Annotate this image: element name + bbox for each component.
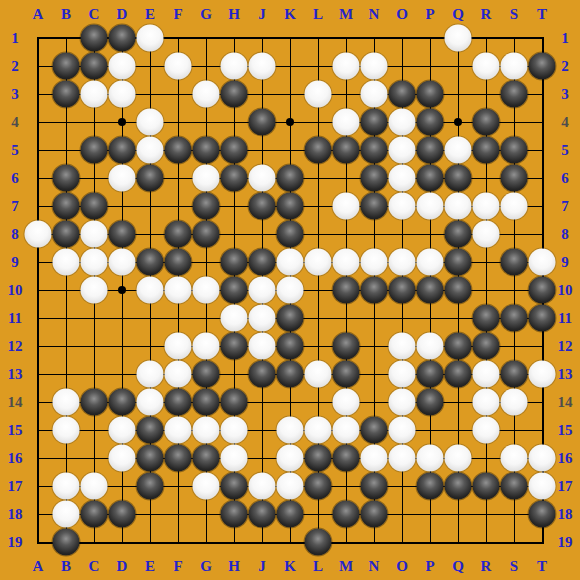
stone-white-N2[interactable] [361, 53, 388, 80]
stone-white-K10[interactable] [277, 277, 304, 304]
stone-black-N4[interactable] [361, 109, 388, 136]
stone-black-J9[interactable] [249, 249, 276, 276]
stone-black-Q10[interactable] [445, 277, 472, 304]
stone-white-P12[interactable] [417, 333, 444, 360]
row-label-left-11: 11 [8, 311, 22, 326]
stone-white-D6[interactable] [109, 165, 136, 192]
stone-black-J7[interactable] [249, 193, 276, 220]
stone-black-O10[interactable] [389, 277, 416, 304]
stone-black-M5[interactable] [333, 137, 360, 164]
row-label-left-7: 7 [11, 199, 19, 214]
stone-black-H12[interactable] [221, 333, 248, 360]
stone-black-T2[interactable] [529, 53, 556, 80]
stone-white-K9[interactable] [277, 249, 304, 276]
stone-white-D16[interactable] [109, 445, 136, 472]
stone-black-G13[interactable] [193, 361, 220, 388]
stone-white-F12[interactable] [165, 333, 192, 360]
stone-black-K11[interactable] [277, 305, 304, 332]
stone-white-H15[interactable] [221, 417, 248, 444]
stone-black-G14[interactable] [193, 389, 220, 416]
stone-black-H9[interactable] [221, 249, 248, 276]
stone-black-P14[interactable] [417, 389, 444, 416]
stone-black-C7[interactable] [81, 193, 108, 220]
stone-white-O13[interactable] [389, 361, 416, 388]
col-label-top-A: A [33, 7, 44, 22]
stone-white-O15[interactable] [389, 417, 416, 444]
stone-black-Q12[interactable] [445, 333, 472, 360]
stone-white-B15[interactable] [53, 417, 80, 444]
stone-white-P7[interactable] [417, 193, 444, 220]
stone-black-H3[interactable] [221, 81, 248, 108]
stone-white-O6[interactable] [389, 165, 416, 192]
stone-white-O5[interactable] [389, 137, 416, 164]
row-label-right-2: 2 [561, 59, 569, 74]
stone-white-D9[interactable] [109, 249, 136, 276]
row-label-left-9: 9 [11, 255, 19, 270]
stone-black-N17[interactable] [361, 473, 388, 500]
stone-black-P3[interactable] [417, 81, 444, 108]
stone-black-F16[interactable] [165, 445, 192, 472]
stone-white-N16[interactable] [361, 445, 388, 472]
stone-white-L3[interactable] [305, 81, 332, 108]
stone-white-C3[interactable] [81, 81, 108, 108]
col-label-top-C: C [89, 7, 100, 22]
row-label-right-4: 4 [561, 115, 569, 130]
row-label-left-18: 18 [8, 507, 23, 522]
stone-white-Q5[interactable] [445, 137, 472, 164]
stone-black-C1[interactable] [81, 25, 108, 52]
row-label-left-16: 16 [8, 451, 23, 466]
stone-white-B9[interactable] [53, 249, 80, 276]
stone-white-O4[interactable] [389, 109, 416, 136]
stone-white-G17[interactable] [193, 473, 220, 500]
stone-white-R13[interactable] [473, 361, 500, 388]
stone-black-B2[interactable] [53, 53, 80, 80]
col-label-top-E: E [145, 7, 155, 22]
stone-white-T17[interactable] [529, 473, 556, 500]
stone-black-F5[interactable] [165, 137, 192, 164]
stone-white-K17[interactable] [277, 473, 304, 500]
row-label-right-9: 9 [561, 255, 569, 270]
stone-black-J13[interactable] [249, 361, 276, 388]
stone-black-T18[interactable] [529, 501, 556, 528]
stone-black-N18[interactable] [361, 501, 388, 528]
stone-white-M15[interactable] [333, 417, 360, 444]
stone-black-K7[interactable] [277, 193, 304, 220]
col-label-top-H: H [228, 7, 240, 22]
stone-black-B3[interactable] [53, 81, 80, 108]
row-label-left-1: 1 [11, 31, 19, 46]
stone-white-D2[interactable] [109, 53, 136, 80]
col-label-bottom-T: T [537, 559, 547, 574]
stone-white-S7[interactable] [501, 193, 528, 220]
stone-black-K18[interactable] [277, 501, 304, 528]
stone-white-M4[interactable] [333, 109, 360, 136]
stone-black-G16[interactable] [193, 445, 220, 472]
stone-white-E1[interactable] [137, 25, 164, 52]
stone-white-P16[interactable] [417, 445, 444, 472]
go-board[interactable]: AABBCCDDEEFFGGHHJJKKLLMMNNOOPPQQRRSSTT11… [0, 0, 580, 580]
row-label-left-19: 19 [8, 535, 23, 550]
stone-white-T13[interactable] [529, 361, 556, 388]
stone-black-E15[interactable] [137, 417, 164, 444]
stone-black-Q8[interactable] [445, 221, 472, 248]
stone-black-K13[interactable] [277, 361, 304, 388]
row-label-left-2: 2 [11, 59, 19, 74]
stone-white-L13[interactable] [305, 361, 332, 388]
stone-black-D14[interactable] [109, 389, 136, 416]
stone-black-S5[interactable] [501, 137, 528, 164]
col-label-top-S: S [510, 7, 518, 22]
stone-white-G10[interactable] [193, 277, 220, 304]
stone-black-F9[interactable] [165, 249, 192, 276]
stone-white-D15[interactable] [109, 417, 136, 444]
stone-white-O9[interactable] [389, 249, 416, 276]
col-label-bottom-P: P [425, 559, 434, 574]
stone-black-F8[interactable] [165, 221, 192, 248]
stone-black-M12[interactable] [333, 333, 360, 360]
stone-black-H14[interactable] [221, 389, 248, 416]
stone-black-D8[interactable] [109, 221, 136, 248]
col-label-bottom-D: D [117, 559, 128, 574]
stone-white-B18[interactable] [53, 501, 80, 528]
stone-white-N3[interactable] [361, 81, 388, 108]
row-label-right-12: 12 [558, 339, 573, 354]
col-label-top-P: P [425, 7, 434, 22]
stone-black-F14[interactable] [165, 389, 192, 416]
col-label-bottom-K: K [284, 559, 296, 574]
stone-black-Q17[interactable] [445, 473, 472, 500]
col-label-top-Q: Q [452, 7, 464, 22]
stone-black-P5[interactable] [417, 137, 444, 164]
stone-black-M13[interactable] [333, 361, 360, 388]
stone-black-R12[interactable] [473, 333, 500, 360]
stone-black-S11[interactable] [501, 305, 528, 332]
row-label-right-3: 3 [561, 87, 569, 102]
stone-white-E13[interactable] [137, 361, 164, 388]
col-label-bottom-A: A [33, 559, 44, 574]
stone-white-L9[interactable] [305, 249, 332, 276]
stone-black-R11[interactable] [473, 305, 500, 332]
row-label-left-12: 12 [8, 339, 23, 354]
stone-white-J6[interactable] [249, 165, 276, 192]
stone-white-J12[interactable] [249, 333, 276, 360]
stone-black-C5[interactable] [81, 137, 108, 164]
stone-white-E4[interactable] [137, 109, 164, 136]
stone-black-B19[interactable] [53, 529, 80, 556]
col-label-bottom-B: B [61, 559, 71, 574]
stone-white-G3[interactable] [193, 81, 220, 108]
stone-white-C8[interactable] [81, 221, 108, 248]
stone-white-D3[interactable] [109, 81, 136, 108]
stone-black-S17[interactable] [501, 473, 528, 500]
stone-white-E14[interactable] [137, 389, 164, 416]
stone-white-F10[interactable] [165, 277, 192, 304]
stone-white-Q16[interactable] [445, 445, 472, 472]
stone-white-Q7[interactable] [445, 193, 472, 220]
col-label-top-T: T [537, 7, 547, 22]
stone-black-L19[interactable] [305, 529, 332, 556]
stone-white-J11[interactable] [249, 305, 276, 332]
stone-white-H2[interactable] [221, 53, 248, 80]
col-label-bottom-Q: Q [452, 559, 464, 574]
stone-white-Q1[interactable] [445, 25, 472, 52]
stone-white-S14[interactable] [501, 389, 528, 416]
stone-white-R14[interactable] [473, 389, 500, 416]
stone-black-E17[interactable] [137, 473, 164, 500]
stone-black-J18[interactable] [249, 501, 276, 528]
stone-white-M7[interactable] [333, 193, 360, 220]
row-label-right-10: 10 [558, 283, 573, 298]
stone-white-F13[interactable] [165, 361, 192, 388]
col-label-top-O: O [396, 7, 408, 22]
stone-black-G8[interactable] [193, 221, 220, 248]
stone-white-F2[interactable] [165, 53, 192, 80]
stone-black-E6[interactable] [137, 165, 164, 192]
stone-white-R8[interactable] [473, 221, 500, 248]
row-label-left-13: 13 [8, 367, 23, 382]
col-label-top-L: L [313, 7, 323, 22]
stone-black-M16[interactable] [333, 445, 360, 472]
stone-white-G12[interactable] [193, 333, 220, 360]
col-label-top-F: F [173, 7, 182, 22]
stone-white-T16[interactable] [529, 445, 556, 472]
stone-white-G6[interactable] [193, 165, 220, 192]
stone-black-P17[interactable] [417, 473, 444, 500]
stone-black-K6[interactable] [277, 165, 304, 192]
stone-black-G5[interactable] [193, 137, 220, 164]
row-label-left-8: 8 [11, 227, 19, 242]
col-label-top-M: M [339, 7, 353, 22]
stone-black-B8[interactable] [53, 221, 80, 248]
row-label-right-13: 13 [558, 367, 573, 382]
stone-white-M9[interactable] [333, 249, 360, 276]
stone-white-O16[interactable] [389, 445, 416, 472]
stone-white-B14[interactable] [53, 389, 80, 416]
stone-black-O3[interactable] [389, 81, 416, 108]
row-label-right-7: 7 [561, 199, 569, 214]
col-label-bottom-S: S [510, 559, 518, 574]
stone-black-Q9[interactable] [445, 249, 472, 276]
stone-white-O14[interactable] [389, 389, 416, 416]
stone-black-C14[interactable] [81, 389, 108, 416]
stone-black-H10[interactable] [221, 277, 248, 304]
stone-white-J10[interactable] [249, 277, 276, 304]
stone-black-J4[interactable] [249, 109, 276, 136]
stone-black-L17[interactable] [305, 473, 332, 500]
row-label-right-14: 14 [558, 395, 573, 410]
col-label-bottom-F: F [173, 559, 182, 574]
col-label-top-N: N [369, 7, 380, 22]
stone-white-C10[interactable] [81, 277, 108, 304]
col-label-top-R: R [481, 7, 492, 22]
row-label-right-1: 1 [561, 31, 569, 46]
stone-black-P10[interactable] [417, 277, 444, 304]
star-point-D10 [118, 286, 126, 294]
col-label-bottom-N: N [369, 559, 380, 574]
stone-black-K8[interactable] [277, 221, 304, 248]
row-label-left-4: 4 [11, 115, 19, 130]
row-label-left-3: 3 [11, 87, 19, 102]
stone-white-F15[interactable] [165, 417, 192, 444]
stone-black-P4[interactable] [417, 109, 444, 136]
col-label-bottom-R: R [481, 559, 492, 574]
stone-black-T11[interactable] [529, 305, 556, 332]
stone-white-R7[interactable] [473, 193, 500, 220]
stone-black-R17[interactable] [473, 473, 500, 500]
stone-white-B17[interactable] [53, 473, 80, 500]
stone-white-O12[interactable] [389, 333, 416, 360]
stone-black-B7[interactable] [53, 193, 80, 220]
row-label-left-15: 15 [8, 423, 23, 438]
stone-black-Q6[interactable] [445, 165, 472, 192]
row-label-left-5: 5 [11, 143, 19, 158]
stone-black-M18[interactable] [333, 501, 360, 528]
stone-white-M2[interactable] [333, 53, 360, 80]
star-point-D4 [118, 118, 126, 126]
stone-white-A8[interactable] [25, 221, 52, 248]
stone-white-C17[interactable] [81, 473, 108, 500]
stone-black-B6[interactable] [53, 165, 80, 192]
col-label-bottom-M: M [339, 559, 353, 574]
row-label-left-10: 10 [8, 283, 23, 298]
stone-black-E9[interactable] [137, 249, 164, 276]
row-label-right-8: 8 [561, 227, 569, 242]
stone-black-M10[interactable] [333, 277, 360, 304]
row-label-right-15: 15 [558, 423, 573, 438]
stone-black-C18[interactable] [81, 501, 108, 528]
stone-black-Q13[interactable] [445, 361, 472, 388]
stone-white-R15[interactable] [473, 417, 500, 444]
row-label-left-14: 14 [8, 395, 23, 410]
stone-white-S2[interactable] [501, 53, 528, 80]
row-label-right-5: 5 [561, 143, 569, 158]
stone-black-N15[interactable] [361, 417, 388, 444]
row-label-right-18: 18 [558, 507, 573, 522]
stone-black-C2[interactable] [81, 53, 108, 80]
col-label-bottom-J: J [258, 559, 266, 574]
col-label-top-D: D [117, 7, 128, 22]
col-label-bottom-G: G [200, 559, 212, 574]
stone-white-G15[interactable] [193, 417, 220, 444]
stone-white-H16[interactable] [221, 445, 248, 472]
stone-white-R2[interactable] [473, 53, 500, 80]
stone-black-D1[interactable] [109, 25, 136, 52]
stone-white-E5[interactable] [137, 137, 164, 164]
stone-white-N9[interactable] [361, 249, 388, 276]
stone-black-N5[interactable] [361, 137, 388, 164]
stone-white-J2[interactable] [249, 53, 276, 80]
stone-white-E10[interactable] [137, 277, 164, 304]
stone-black-S9[interactable] [501, 249, 528, 276]
col-label-bottom-L: L [313, 559, 323, 574]
col-label-top-B: B [61, 7, 71, 22]
row-label-right-11: 11 [558, 311, 572, 326]
stone-black-L16[interactable] [305, 445, 332, 472]
stone-black-R4[interactable] [473, 109, 500, 136]
stone-black-L5[interactable] [305, 137, 332, 164]
stone-black-S3[interactable] [501, 81, 528, 108]
stone-black-H18[interactable] [221, 501, 248, 528]
stone-white-C9[interactable] [81, 249, 108, 276]
stone-black-K12[interactable] [277, 333, 304, 360]
stone-black-H17[interactable] [221, 473, 248, 500]
col-label-bottom-H: H [228, 559, 240, 574]
stone-black-N6[interactable] [361, 165, 388, 192]
stone-white-K15[interactable] [277, 417, 304, 444]
col-label-top-G: G [200, 7, 212, 22]
stone-white-P9[interactable] [417, 249, 444, 276]
stone-black-N7[interactable] [361, 193, 388, 220]
stone-white-J17[interactable] [249, 473, 276, 500]
stone-white-M14[interactable] [333, 389, 360, 416]
star-point-K4 [286, 118, 294, 126]
row-label-left-6: 6 [11, 171, 19, 186]
stone-white-K16[interactable] [277, 445, 304, 472]
stone-black-D18[interactable] [109, 501, 136, 528]
stone-white-O7[interactable] [389, 193, 416, 220]
star-point-Q4 [454, 118, 462, 126]
stone-black-P13[interactable] [417, 361, 444, 388]
stone-black-P6[interactable] [417, 165, 444, 192]
col-label-top-K: K [284, 7, 296, 22]
stone-white-L15[interactable] [305, 417, 332, 444]
stone-white-T9[interactable] [529, 249, 556, 276]
stone-black-D5[interactable] [109, 137, 136, 164]
stone-black-E16[interactable] [137, 445, 164, 472]
row-label-right-16: 16 [558, 451, 573, 466]
stone-white-H11[interactable] [221, 305, 248, 332]
col-label-bottom-E: E [145, 559, 155, 574]
stone-white-S16[interactable] [501, 445, 528, 472]
stone-black-T10[interactable] [529, 277, 556, 304]
row-label-right-19: 19 [558, 535, 573, 550]
row-label-right-17: 17 [558, 479, 573, 494]
stone-black-S13[interactable] [501, 361, 528, 388]
row-label-right-6: 6 [561, 171, 569, 186]
row-label-left-17: 17 [8, 479, 23, 494]
col-label-top-J: J [258, 7, 266, 22]
col-label-bottom-O: O [396, 559, 408, 574]
stone-black-R5[interactable] [473, 137, 500, 164]
stone-black-S6[interactable] [501, 165, 528, 192]
stone-black-H6[interactable] [221, 165, 248, 192]
stone-black-N10[interactable] [361, 277, 388, 304]
stone-black-H5[interactable] [221, 137, 248, 164]
stone-black-G7[interactable] [193, 193, 220, 220]
col-label-bottom-C: C [89, 559, 100, 574]
